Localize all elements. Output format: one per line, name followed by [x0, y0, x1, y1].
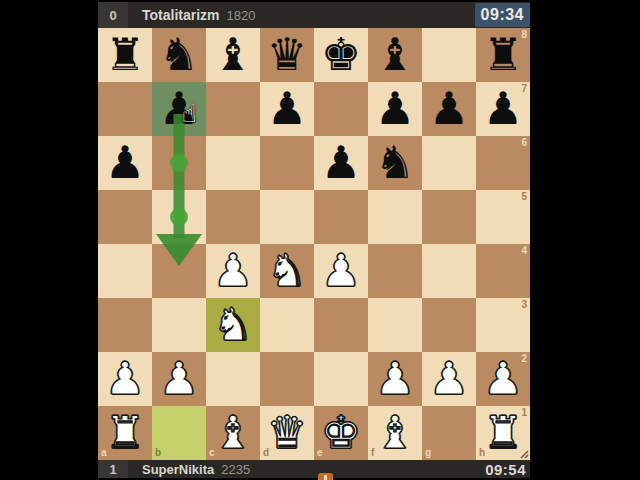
- square-g3[interactable]: [422, 298, 476, 352]
- piece-bp-b7[interactable]: ♟: [152, 82, 206, 136]
- square-g8[interactable]: [422, 28, 476, 82]
- square-e3[interactable]: [314, 298, 368, 352]
- square-b1[interactable]: b: [152, 406, 206, 460]
- square-f7[interactable]: ♟: [368, 82, 422, 136]
- square-h8[interactable]: ♜8: [476, 28, 530, 82]
- square-e2[interactable]: [314, 352, 368, 406]
- piece-bk-e8[interactable]: ♚: [314, 28, 368, 82]
- piece-br-h8[interactable]: ♜: [476, 28, 530, 82]
- coord-rank-5: 5: [521, 192, 527, 202]
- square-h2[interactable]: ♟2: [476, 352, 530, 406]
- square-a6[interactable]: ♟: [98, 136, 152, 190]
- piece-br-a8[interactable]: ♜: [98, 28, 152, 82]
- piece-bp-e6[interactable]: ♟: [314, 136, 368, 190]
- coord-file-b: b: [155, 448, 161, 458]
- coord-rank-4: 4: [521, 246, 527, 256]
- square-b2[interactable]: ♟: [152, 352, 206, 406]
- bottom-player-name[interactable]: SuperNikita: [142, 462, 214, 477]
- square-c7[interactable]: [206, 82, 260, 136]
- square-e5[interactable]: [314, 190, 368, 244]
- square-d6[interactable]: [260, 136, 314, 190]
- top-player-rating: 1820: [227, 8, 256, 23]
- piece-wn-c3[interactable]: ♞: [206, 298, 260, 352]
- square-a2[interactable]: ♟: [98, 352, 152, 406]
- square-b5[interactable]: [152, 190, 206, 244]
- piece-bp-g7[interactable]: ♟: [422, 82, 476, 136]
- piece-bp-f7[interactable]: ♟: [368, 82, 422, 136]
- piece-wp-e4[interactable]: ♟: [314, 244, 368, 298]
- piece-bq-d8[interactable]: ♛: [260, 28, 314, 82]
- square-d5[interactable]: [260, 190, 314, 244]
- square-b8[interactable]: ♞: [152, 28, 206, 82]
- coord-rank-3: 3: [521, 300, 527, 310]
- square-g4[interactable]: [422, 244, 476, 298]
- piece-wp-a2[interactable]: ♟: [98, 352, 152, 406]
- square-b6[interactable]: [152, 136, 206, 190]
- square-g7[interactable]: ♟: [422, 82, 476, 136]
- bottom-player-rating: 2235: [221, 462, 250, 477]
- square-a1[interactable]: ♜a: [98, 406, 152, 460]
- square-h3[interactable]: 3: [476, 298, 530, 352]
- square-e1[interactable]: ♚e: [314, 406, 368, 460]
- square-f8[interactable]: ♝: [368, 28, 422, 82]
- square-h5[interactable]: 5: [476, 190, 530, 244]
- square-e6[interactable]: ♟: [314, 136, 368, 190]
- square-e4[interactable]: ♟: [314, 244, 368, 298]
- square-h4[interactable]: 4: [476, 244, 530, 298]
- square-c5[interactable]: [206, 190, 260, 244]
- square-g6[interactable]: [422, 136, 476, 190]
- piece-wp-c4[interactable]: ♟: [206, 244, 260, 298]
- square-f5[interactable]: [368, 190, 422, 244]
- top-player-bar: 0 Totalitarizm 1820 09:34: [98, 2, 530, 28]
- square-c4[interactable]: ♟: [206, 244, 260, 298]
- piece-bn-b8[interactable]: ♞: [152, 28, 206, 82]
- piece-wr-a1[interactable]: ♜: [98, 406, 152, 460]
- square-c8[interactable]: ♝: [206, 28, 260, 82]
- coord-rank-6: 6: [521, 138, 527, 148]
- square-h7[interactable]: ♟7: [476, 82, 530, 136]
- square-c2[interactable]: [206, 352, 260, 406]
- piece-wq-d1[interactable]: ♛: [260, 406, 314, 460]
- square-e7[interactable]: [314, 82, 368, 136]
- square-g2[interactable]: ♟: [422, 352, 476, 406]
- piece-wb-c1[interactable]: ♝: [206, 406, 260, 460]
- square-e8[interactable]: ♚: [314, 28, 368, 82]
- square-c6[interactable]: [206, 136, 260, 190]
- piece-wp-b2[interactable]: ♟: [152, 352, 206, 406]
- square-a3[interactable]: [98, 298, 152, 352]
- square-c3[interactable]: ♞: [206, 298, 260, 352]
- square-a8[interactable]: ♜: [98, 28, 152, 82]
- square-f3[interactable]: [368, 298, 422, 352]
- board-resize-handle[interactable]: [519, 449, 529, 459]
- piece-bp-h7[interactable]: ♟: [476, 82, 530, 136]
- piece-bb-c8[interactable]: ♝: [206, 28, 260, 82]
- square-a7[interactable]: [98, 82, 152, 136]
- piece-bp-d7[interactable]: ♟: [260, 82, 314, 136]
- video-frame: 0 Totalitarizm 1820 09:34 ♜♞♝♛♚♝♜8♟♟♟♟♟7…: [0, 0, 640, 480]
- square-d4[interactable]: ♞: [260, 244, 314, 298]
- piece-bb-f8[interactable]: ♝: [368, 28, 422, 82]
- square-c1[interactable]: ♝c: [206, 406, 260, 460]
- square-d2[interactable]: [260, 352, 314, 406]
- bottom-center-badge: [318, 473, 333, 480]
- square-h6[interactable]: 6: [476, 136, 530, 190]
- square-f2[interactable]: ♟: [368, 352, 422, 406]
- square-b3[interactable]: [152, 298, 206, 352]
- piece-wb-f1[interactable]: ♝: [368, 406, 422, 460]
- piece-wk-e1[interactable]: ♚: [314, 406, 368, 460]
- square-d3[interactable]: [260, 298, 314, 352]
- bottom-player-bar: 1 SuperNikita 2235 09:54: [98, 460, 530, 478]
- top-player-score: 0: [98, 2, 128, 28]
- piece-wn-d4[interactable]: ♞: [260, 244, 314, 298]
- square-a4[interactable]: [98, 244, 152, 298]
- piece-bn-f6[interactable]: ♞: [368, 136, 422, 190]
- square-d7[interactable]: ♟: [260, 82, 314, 136]
- square-f1[interactable]: ♝f: [368, 406, 422, 460]
- piece-wp-h2[interactable]: ♟: [476, 352, 530, 406]
- square-d1[interactable]: ♛d: [260, 406, 314, 460]
- square-d8[interactable]: ♛: [260, 28, 314, 82]
- square-b7[interactable]: ♟: [152, 82, 206, 136]
- coord-file-g: g: [425, 448, 431, 458]
- square-f6[interactable]: ♞: [368, 136, 422, 190]
- piece-wp-g2[interactable]: ♟: [422, 352, 476, 406]
- bottom-player-clock: 09:54: [485, 461, 530, 478]
- top-player-name[interactable]: Totalitarizm: [142, 7, 220, 23]
- top-player-clock: 09:34: [475, 3, 530, 27]
- square-b4[interactable]: [152, 244, 206, 298]
- chess-board[interactable]: ♜♞♝♛♚♝♜8♟♟♟♟♟7♟♟♞65♟♞♟4♞3♟♟♟♟♟2♜ab♝c♛d♚e…: [98, 28, 530, 460]
- piece-wp-f2[interactable]: ♟: [368, 352, 422, 406]
- square-g1[interactable]: g: [422, 406, 476, 460]
- square-f4[interactable]: [368, 244, 422, 298]
- square-g5[interactable]: [422, 190, 476, 244]
- square-a5[interactable]: [98, 190, 152, 244]
- piece-bp-a6[interactable]: ♟: [98, 136, 152, 190]
- bottom-player-score: 1: [98, 460, 128, 478]
